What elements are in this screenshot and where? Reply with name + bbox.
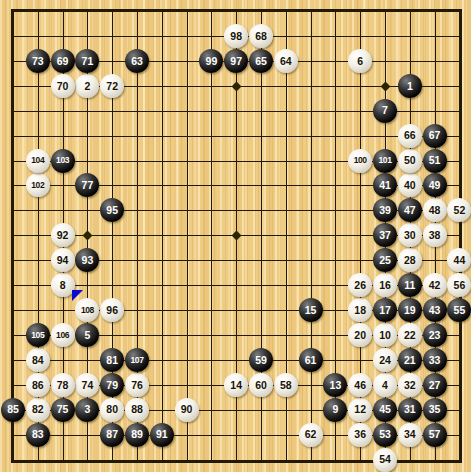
stone-black-57: 57 [423, 423, 447, 447]
move-number: 38 [429, 230, 441, 241]
move-number: 85 [7, 404, 19, 415]
stone-black-23: 23 [423, 323, 447, 347]
move-number: 63 [131, 56, 143, 67]
stone-white-50: 50 [398, 149, 422, 173]
stone-white-4: 4 [373, 373, 397, 397]
stone-black-103: 103 [51, 149, 75, 173]
stone-white-34: 34 [398, 423, 422, 447]
move-number: 84 [32, 355, 44, 366]
move-number: 89 [131, 429, 143, 440]
blue-triangle-marker [72, 290, 83, 301]
move-number: 39 [379, 205, 391, 216]
stone-black-67: 67 [423, 124, 447, 148]
stone-black-75: 75 [51, 398, 75, 422]
move-number: 59 [255, 355, 267, 366]
stone-black-27: 27 [423, 373, 447, 397]
move-number: 64 [280, 56, 292, 67]
stone-white-60: 60 [249, 373, 273, 397]
move-number: 5 [84, 330, 90, 341]
move-number: 108 [81, 306, 94, 315]
move-number: 101 [379, 156, 392, 165]
move-number: 26 [354, 280, 366, 291]
move-number: 74 [82, 380, 94, 391]
stone-white-72: 72 [100, 74, 124, 98]
stone-white-58: 58 [274, 373, 298, 397]
move-number: 22 [404, 330, 416, 341]
stone-white-64: 64 [274, 49, 298, 73]
stone-black-55: 55 [447, 298, 471, 322]
stone-white-86: 86 [26, 373, 50, 397]
move-number: 100 [354, 156, 367, 165]
move-number: 97 [230, 56, 242, 67]
move-number: 68 [255, 31, 267, 42]
move-number: 79 [106, 380, 118, 391]
stone-white-44: 44 [447, 248, 471, 272]
stone-black-91: 91 [150, 423, 174, 447]
move-number: 18 [354, 305, 366, 316]
move-number: 28 [404, 255, 416, 266]
stone-white-66: 66 [398, 124, 422, 148]
move-number: 23 [429, 330, 441, 341]
move-number: 57 [429, 429, 441, 440]
stone-black-51: 51 [423, 149, 447, 173]
stone-black-47: 47 [398, 198, 422, 222]
stone-black-1: 1 [398, 74, 422, 98]
stone-white-68: 68 [249, 24, 273, 48]
stone-black-85: 85 [1, 398, 25, 422]
stone-black-35: 35 [423, 398, 447, 422]
stone-white-92: 92 [51, 223, 75, 247]
move-number: 36 [354, 429, 366, 440]
move-number: 13 [330, 380, 342, 391]
move-number: 81 [106, 355, 118, 366]
move-number: 66 [404, 130, 416, 141]
move-number: 37 [379, 230, 391, 241]
stone-white-100: 100 [348, 149, 372, 173]
move-number: 43 [429, 305, 441, 316]
stone-black-33: 33 [423, 348, 447, 372]
move-number: 3 [84, 404, 90, 415]
move-number: 44 [454, 255, 466, 266]
stone-white-22: 22 [398, 323, 422, 347]
stone-black-53: 53 [373, 423, 397, 447]
stone-white-2: 2 [75, 74, 99, 98]
stone-black-87: 87 [100, 423, 124, 447]
move-number: 33 [429, 355, 441, 366]
move-number: 67 [429, 130, 441, 141]
move-number: 42 [429, 280, 441, 291]
move-number: 47 [404, 205, 416, 216]
move-number: 71 [82, 56, 94, 67]
move-number: 90 [181, 404, 193, 415]
move-number: 45 [379, 404, 391, 415]
stone-black-19: 19 [398, 298, 422, 322]
move-number: 96 [106, 305, 118, 316]
move-number: 52 [454, 205, 466, 216]
move-number: 91 [156, 429, 168, 440]
stone-white-52: 52 [447, 198, 471, 222]
stone-white-32: 32 [398, 373, 422, 397]
move-number: 76 [131, 380, 143, 391]
stone-white-84: 84 [26, 348, 50, 372]
move-number: 40 [404, 180, 416, 191]
stone-white-62: 62 [299, 423, 323, 447]
move-number: 15 [305, 305, 317, 316]
move-number: 83 [32, 429, 44, 440]
stone-black-25: 25 [373, 248, 397, 272]
move-number: 20 [354, 330, 366, 341]
stone-white-38: 38 [423, 223, 447, 247]
move-number: 30 [404, 230, 416, 241]
goban[interactable]: 1234567891011121314151617181920212223242… [0, 0, 471, 472]
move-number: 86 [32, 380, 44, 391]
move-number: 14 [230, 380, 242, 391]
move-number: 61 [305, 355, 317, 366]
stone-white-78: 78 [51, 373, 75, 397]
stone-white-30: 30 [398, 223, 422, 247]
move-number: 77 [82, 180, 94, 191]
move-number: 1 [407, 81, 413, 92]
stone-white-8: 8 [51, 273, 75, 297]
move-number: 106 [56, 331, 69, 340]
move-number: 31 [404, 404, 416, 415]
move-number: 41 [379, 180, 391, 191]
stone-black-63: 63 [125, 49, 149, 73]
stone-white-12: 12 [348, 398, 372, 422]
move-number: 32 [404, 380, 416, 391]
stone-black-89: 89 [125, 423, 149, 447]
move-number: 27 [429, 380, 441, 391]
stone-black-45: 45 [373, 398, 397, 422]
stone-white-82: 82 [26, 398, 50, 422]
move-number: 53 [379, 429, 391, 440]
stone-white-36: 36 [348, 423, 372, 447]
stone-black-21: 21 [398, 348, 422, 372]
stone-white-90: 90 [175, 398, 199, 422]
move-number: 17 [379, 305, 391, 316]
stone-white-48: 48 [423, 198, 447, 222]
move-number: 92 [57, 230, 69, 241]
stone-black-101: 101 [373, 149, 397, 173]
move-number: 102 [31, 181, 44, 190]
move-number: 93 [82, 255, 94, 266]
move-number: 4 [382, 380, 388, 391]
stone-black-105: 105 [26, 323, 50, 347]
move-number: 104 [31, 156, 44, 165]
stone-black-11: 11 [398, 273, 422, 297]
stone-white-54: 54 [373, 448, 397, 472]
stone-white-6: 6 [348, 49, 372, 73]
stone-white-106: 106 [51, 323, 75, 347]
move-number: 24 [379, 355, 391, 366]
stone-black-97: 97 [224, 49, 248, 73]
move-number: 50 [404, 155, 416, 166]
stone-white-14: 14 [224, 373, 248, 397]
stone-black-49: 49 [423, 173, 447, 197]
stone-black-31: 31 [398, 398, 422, 422]
move-number: 7 [382, 105, 388, 116]
stone-black-65: 65 [249, 49, 273, 73]
move-number: 10 [379, 330, 391, 341]
stone-black-81: 81 [100, 348, 124, 372]
move-number: 65 [255, 56, 267, 67]
move-number: 105 [31, 331, 44, 340]
move-number: 99 [206, 56, 218, 67]
move-number: 35 [429, 404, 441, 415]
stone-black-79: 79 [100, 373, 124, 397]
stone-white-104: 104 [26, 149, 50, 173]
stone-white-24: 24 [373, 348, 397, 372]
move-number: 56 [454, 280, 466, 291]
move-number: 55 [454, 305, 466, 316]
stone-white-80: 80 [100, 398, 124, 422]
stone-black-15: 15 [299, 298, 323, 322]
stone-black-43: 43 [423, 298, 447, 322]
move-number: 60 [255, 380, 267, 391]
move-number: 75 [57, 404, 69, 415]
stone-white-46: 46 [348, 373, 372, 397]
move-number: 6 [357, 56, 363, 67]
move-number: 88 [131, 404, 143, 415]
stone-white-56: 56 [447, 273, 471, 297]
stone-white-20: 20 [348, 323, 372, 347]
move-number: 73 [32, 56, 44, 67]
stone-white-28: 28 [398, 248, 422, 272]
move-number: 21 [404, 355, 416, 366]
stone-black-59: 59 [249, 348, 273, 372]
stone-black-69: 69 [51, 49, 75, 73]
move-number: 72 [106, 81, 118, 92]
stone-black-3: 3 [75, 398, 99, 422]
move-number: 95 [106, 205, 118, 216]
stone-white-10: 10 [373, 323, 397, 347]
stone-white-70: 70 [51, 74, 75, 98]
move-number: 46 [354, 380, 366, 391]
stone-black-17: 17 [373, 298, 397, 322]
move-number: 70 [57, 81, 69, 92]
move-number: 2 [84, 81, 90, 92]
move-number: 54 [379, 454, 391, 465]
stone-white-98: 98 [224, 24, 248, 48]
move-number: 78 [57, 380, 69, 391]
move-number: 48 [429, 205, 441, 216]
move-number: 16 [379, 280, 391, 291]
stone-black-83: 83 [26, 423, 50, 447]
stone-white-94: 94 [51, 248, 75, 272]
stone-black-61: 61 [299, 348, 323, 372]
stone-white-42: 42 [423, 273, 447, 297]
stone-black-9: 9 [323, 398, 347, 422]
move-number: 49 [429, 180, 441, 191]
move-number: 80 [106, 404, 118, 415]
stone-black-107: 107 [125, 348, 149, 372]
move-number: 12 [354, 404, 366, 415]
move-number: 94 [57, 255, 69, 266]
move-number: 25 [379, 255, 391, 266]
move-number: 98 [230, 31, 242, 42]
move-number: 103 [56, 156, 69, 165]
stone-white-88: 88 [125, 398, 149, 422]
move-number: 19 [404, 305, 416, 316]
stone-black-7: 7 [373, 99, 397, 123]
move-number: 82 [32, 404, 44, 415]
move-number: 11 [404, 280, 415, 291]
stone-white-76: 76 [125, 373, 149, 397]
stone-white-16: 16 [373, 273, 397, 297]
move-number: 8 [60, 280, 66, 291]
move-number: 62 [305, 429, 317, 440]
move-number: 87 [106, 429, 118, 440]
move-number: 34 [404, 429, 416, 440]
move-number: 51 [429, 155, 441, 166]
move-number: 107 [131, 356, 144, 365]
move-number: 69 [57, 56, 69, 67]
stone-black-73: 73 [26, 49, 50, 73]
move-number: 58 [280, 380, 292, 391]
move-number: 9 [332, 404, 338, 415]
